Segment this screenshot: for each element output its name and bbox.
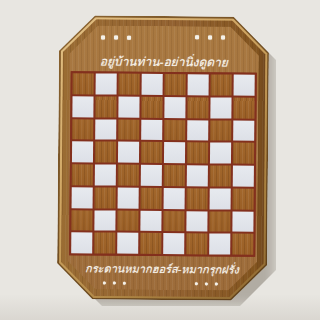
dot-icon bbox=[195, 282, 198, 285]
board-square-r3c5 bbox=[164, 120, 185, 141]
bottom-inscription: กระดานหมากฮอร์ส-หมากรุกฝรั่ง bbox=[67, 259, 257, 279]
board-square-r5c6 bbox=[187, 165, 208, 186]
board-square-r3c6 bbox=[187, 120, 208, 141]
board-square-r2c4 bbox=[141, 97, 162, 118]
board-square-r2c6 bbox=[187, 97, 208, 118]
top-inscription: อยู่บ้านท่าน-อย่านิ่งดูดาย bbox=[69, 51, 259, 72]
board-square-r4c5 bbox=[164, 142, 185, 163]
board-square-r6c7 bbox=[210, 188, 231, 209]
board-square-r1c3 bbox=[119, 74, 140, 95]
board-square-r7c6 bbox=[186, 211, 207, 232]
board-square-r6c6 bbox=[187, 188, 208, 209]
board-square-r1c6 bbox=[188, 74, 209, 95]
board-square-r1c8 bbox=[234, 75, 255, 96]
dot-icon bbox=[101, 35, 105, 39]
board-square-r7c1 bbox=[71, 210, 92, 231]
dot-icon bbox=[208, 35, 212, 39]
board-square-r1c7 bbox=[211, 74, 232, 95]
board-square-r7c2 bbox=[94, 210, 115, 231]
dot-icon bbox=[205, 282, 208, 285]
dot-icon bbox=[113, 282, 116, 285]
board-square-r7c7 bbox=[209, 211, 230, 232]
board-square-r3c2 bbox=[95, 119, 116, 140]
board-square-r8c1 bbox=[71, 232, 92, 253]
board-square-r8c6 bbox=[186, 233, 207, 254]
dot-icon bbox=[195, 35, 199, 39]
dot-icon bbox=[221, 36, 225, 40]
dot-ornament-bottom-left bbox=[103, 281, 126, 284]
dot-icon bbox=[123, 282, 126, 285]
board-square-r8c8 bbox=[232, 234, 253, 255]
board-square-r4c3 bbox=[118, 142, 139, 163]
board-square-r5c3 bbox=[118, 165, 139, 186]
board-square-r4c4 bbox=[141, 142, 162, 163]
board-square-r5c8 bbox=[233, 166, 254, 187]
board-square-r2c3 bbox=[118, 96, 139, 117]
board-square-r3c1 bbox=[72, 119, 93, 140]
board-square-r4c8 bbox=[233, 143, 254, 164]
board-square-r3c3 bbox=[118, 119, 139, 140]
board-square-r5c4 bbox=[141, 165, 162, 186]
dot-ornament-top-left bbox=[101, 35, 131, 39]
board-square-r1c5 bbox=[165, 74, 186, 95]
checkerboard-grid bbox=[69, 71, 257, 257]
board-wood-panel: อยู่บ้านท่าน-อย่านิ่งดูดาย กระดานหมากฮอร… bbox=[67, 25, 259, 291]
board-square-r8c7 bbox=[209, 234, 230, 255]
board-square-r7c3 bbox=[117, 210, 138, 231]
board-square-r3c4 bbox=[141, 119, 162, 140]
board-square-r6c3 bbox=[118, 187, 139, 208]
board-square-r2c1 bbox=[72, 96, 93, 117]
board-square-r8c4 bbox=[140, 233, 161, 254]
board-square-r4c6 bbox=[187, 142, 208, 163]
board-square-r1c2 bbox=[96, 73, 117, 94]
board-square-r8c3 bbox=[117, 233, 138, 254]
dot-ornament-top-right bbox=[195, 35, 225, 39]
board-square-r4c7 bbox=[210, 143, 231, 164]
board-square-r4c1 bbox=[72, 141, 93, 162]
board-square-r7c5 bbox=[163, 211, 184, 232]
dot-icon bbox=[215, 282, 218, 285]
board-square-r7c4 bbox=[140, 210, 161, 231]
board-square-r2c5 bbox=[164, 97, 185, 118]
board-square-r6c2 bbox=[95, 187, 116, 208]
board-square-r8c2 bbox=[94, 233, 115, 254]
board-square-r1c1 bbox=[73, 73, 94, 94]
board-square-r2c8 bbox=[233, 97, 254, 118]
board-square-r6c4 bbox=[141, 188, 162, 209]
board-square-r5c1 bbox=[72, 164, 93, 185]
dot-icon bbox=[127, 36, 131, 40]
dot-ornament-bottom-right bbox=[195, 282, 218, 285]
board-square-r6c5 bbox=[164, 188, 185, 209]
board-square-r1c4 bbox=[142, 74, 163, 95]
board-square-r5c2 bbox=[95, 164, 116, 185]
board-square-r8c5 bbox=[163, 233, 184, 254]
board-square-r6c1 bbox=[72, 187, 93, 208]
board-square-r4c2 bbox=[95, 142, 116, 163]
board-square-r3c7 bbox=[210, 120, 231, 141]
checkers-board: อยู่บ้านท่าน-อย่านิ่งดูดาย กระดานหมากฮอร… bbox=[57, 15, 269, 301]
board-square-r6c8 bbox=[233, 188, 254, 209]
dot-icon bbox=[103, 281, 106, 284]
board-square-r2c7 bbox=[210, 97, 231, 118]
board-square-r5c5 bbox=[164, 165, 185, 186]
board-square-r5c7 bbox=[210, 165, 231, 186]
photo-background-wall: อยู่บ้านท่าน-อย่านิ่งดูดาย กระดานหมากฮอร… bbox=[0, 0, 320, 320]
board-square-r7c8 bbox=[232, 211, 253, 232]
board-square-r2c2 bbox=[95, 96, 116, 117]
dot-icon bbox=[114, 36, 118, 40]
board-square-r3c8 bbox=[233, 120, 254, 141]
